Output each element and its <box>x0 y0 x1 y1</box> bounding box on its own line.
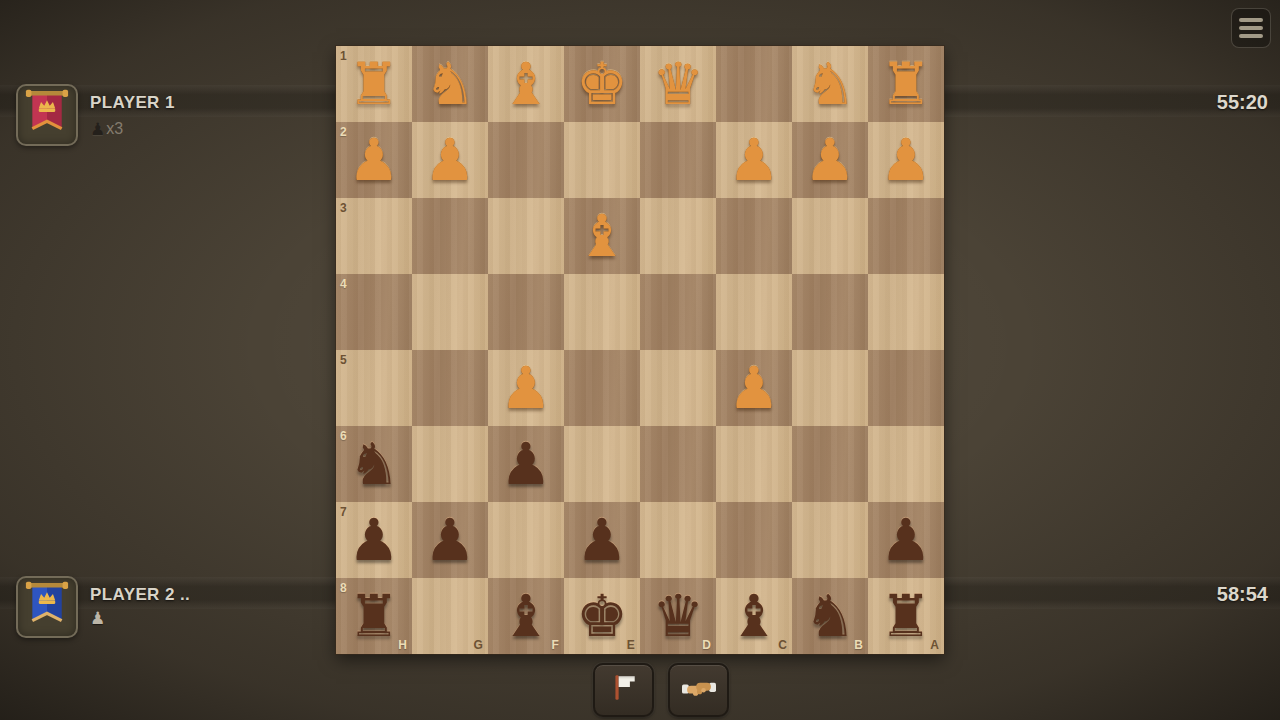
captured-count: x3 <box>106 120 123 138</box>
file-label: E <box>627 638 635 652</box>
rank-label: 5 <box>340 353 347 367</box>
square-c3[interactable] <box>716 198 792 274</box>
square-f6[interactable]: ♟ <box>488 426 564 502</box>
piece-white-pawn: ♟ <box>716 122 792 198</box>
square-h8[interactable]: 8H♜ <box>336 578 412 654</box>
piece-white-pawn: ♟ <box>412 122 488 198</box>
piece-white-bishop: ♝ <box>564 198 640 274</box>
square-g5[interactable] <box>412 350 488 426</box>
red-banner-icon <box>25 88 69 142</box>
square-b1[interactable]: ♞ <box>792 46 868 122</box>
piece-white-knight: ♞ <box>412 46 488 122</box>
square-e4[interactable] <box>564 274 640 350</box>
piece-black-knight: ♞ <box>336 426 412 502</box>
square-f1[interactable]: ♝ <box>488 46 564 122</box>
piece-black-pawn: ♟ <box>488 426 564 502</box>
square-f2[interactable] <box>488 122 564 198</box>
piece-white-pawn: ♟ <box>336 122 412 198</box>
square-d6[interactable] <box>640 426 716 502</box>
piece-black-pawn: ♟ <box>412 502 488 578</box>
rank-label: 2 <box>340 125 347 139</box>
square-c6[interactable] <box>716 426 792 502</box>
square-g8[interactable]: G <box>412 578 488 654</box>
player2-clock: 58:54 <box>1217 583 1268 606</box>
piece-white-king: ♚ <box>564 46 640 122</box>
square-g1[interactable]: ♞ <box>412 46 488 122</box>
square-d3[interactable] <box>640 198 716 274</box>
player1-clock: 55:20 <box>1217 91 1268 114</box>
player2-captured-pieces: ♟ <box>90 610 106 627</box>
square-b3[interactable] <box>792 198 868 274</box>
square-f5[interactable]: ♟ <box>488 350 564 426</box>
square-a7[interactable]: ♟ <box>868 502 944 578</box>
player1-captured-pieces: ♟ x3 <box>90 120 123 138</box>
piece-white-pawn: ♟ <box>868 122 944 198</box>
square-e2[interactable] <box>564 122 640 198</box>
piece-white-pawn: ♟ <box>716 350 792 426</box>
square-h6[interactable]: 6♞ <box>336 426 412 502</box>
square-e3[interactable]: ♝ <box>564 198 640 274</box>
square-b7[interactable] <box>792 502 868 578</box>
player1-avatar <box>16 84 78 146</box>
square-g3[interactable] <box>412 198 488 274</box>
captured-white-pawn-icon: ♟ <box>90 610 105 627</box>
square-f7[interactable] <box>488 502 564 578</box>
piece-white-pawn: ♟ <box>488 350 564 426</box>
piece-white-queen: ♛ <box>640 46 716 122</box>
square-d5[interactable] <box>640 350 716 426</box>
square-a6[interactable] <box>868 426 944 502</box>
chess-board[interactable]: 1♜♞♝♚♛♞♜2♟♟♟♟♟3♝45♟♟6♞♟7♟♟♟♟8H♜GF♝E♚D♛C♝… <box>336 46 944 654</box>
white-flag-icon <box>610 673 638 707</box>
captured-black-pawn-icon: ♟ <box>90 121 105 138</box>
square-b5[interactable] <box>792 350 868 426</box>
square-c8[interactable]: C♝ <box>716 578 792 654</box>
square-f4[interactable] <box>488 274 564 350</box>
rank-label: 3 <box>340 201 347 215</box>
square-d7[interactable] <box>640 502 716 578</box>
square-h7[interactable]: 7♟ <box>336 502 412 578</box>
draw-button[interactable] <box>668 663 729 717</box>
file-label: C <box>778 638 787 652</box>
square-h3[interactable]: 3 <box>336 198 412 274</box>
file-label: B <box>854 638 863 652</box>
square-a3[interactable] <box>868 198 944 274</box>
piece-black-pawn: ♟ <box>336 502 412 578</box>
piece-white-rook: ♜ <box>336 46 412 122</box>
rank-label: 7 <box>340 505 347 519</box>
file-label: A <box>930 638 939 652</box>
piece-black-pawn: ♟ <box>868 502 944 578</box>
square-d1[interactable]: ♛ <box>640 46 716 122</box>
square-g4[interactable] <box>412 274 488 350</box>
square-c5[interactable]: ♟ <box>716 350 792 426</box>
piece-white-pawn: ♟ <box>792 122 868 198</box>
square-h1[interactable]: 1♜ <box>336 46 412 122</box>
square-e6[interactable] <box>564 426 640 502</box>
player2-name: PLAYER 2 .. <box>90 585 190 605</box>
file-label: H <box>398 638 407 652</box>
player1-name: PLAYER 1 <box>90 93 175 113</box>
resign-button[interactable] <box>593 663 654 717</box>
piece-white-bishop: ♝ <box>488 46 564 122</box>
square-e1[interactable]: ♚ <box>564 46 640 122</box>
square-g6[interactable] <box>412 426 488 502</box>
square-a8[interactable]: A♜ <box>868 578 944 654</box>
rank-label: 6 <box>340 429 347 443</box>
rank-label: 4 <box>340 277 347 291</box>
square-b4[interactable] <box>792 274 868 350</box>
blue-banner-icon <box>25 580 69 634</box>
square-d8[interactable]: D♛ <box>640 578 716 654</box>
file-label: D <box>702 638 711 652</box>
square-b2[interactable]: ♟ <box>792 122 868 198</box>
handshake-icon <box>682 676 716 705</box>
square-c7[interactable] <box>716 502 792 578</box>
menu-button[interactable] <box>1231 8 1271 48</box>
player2-avatar <box>16 576 78 638</box>
piece-white-rook: ♜ <box>868 46 944 122</box>
square-a5[interactable] <box>868 350 944 426</box>
square-h4[interactable]: 4 <box>336 274 412 350</box>
square-e5[interactable] <box>564 350 640 426</box>
square-d4[interactable] <box>640 274 716 350</box>
square-a4[interactable] <box>868 274 944 350</box>
square-c4[interactable] <box>716 274 792 350</box>
piece-white-knight: ♞ <box>792 46 868 122</box>
square-c2[interactable]: ♟ <box>716 122 792 198</box>
file-label: F <box>551 638 559 652</box>
game-screen: PLAYER 1 55:20 ♟ x3 PLAYER 2 .. 58:54 ♟ <box>0 0 1280 720</box>
square-e7[interactable]: ♟ <box>564 502 640 578</box>
rank-label: 8 <box>340 581 347 595</box>
square-b8[interactable]: B♞ <box>792 578 868 654</box>
square-a2[interactable]: ♟ <box>868 122 944 198</box>
square-h5[interactable]: 5 <box>336 350 412 426</box>
file-label: G <box>473 638 483 652</box>
rank-label: 1 <box>340 49 347 63</box>
square-c1[interactable] <box>716 46 792 122</box>
square-h2[interactable]: 2♟ <box>336 122 412 198</box>
square-f8[interactable]: F♝ <box>488 578 564 654</box>
square-g2[interactable]: ♟ <box>412 122 488 198</box>
square-d2[interactable] <box>640 122 716 198</box>
square-a1[interactable]: ♜ <box>868 46 944 122</box>
piece-black-pawn: ♟ <box>564 502 640 578</box>
square-f3[interactable] <box>488 198 564 274</box>
square-g7[interactable]: ♟ <box>412 502 488 578</box>
square-e8[interactable]: E♚ <box>564 578 640 654</box>
square-b6[interactable] <box>792 426 868 502</box>
